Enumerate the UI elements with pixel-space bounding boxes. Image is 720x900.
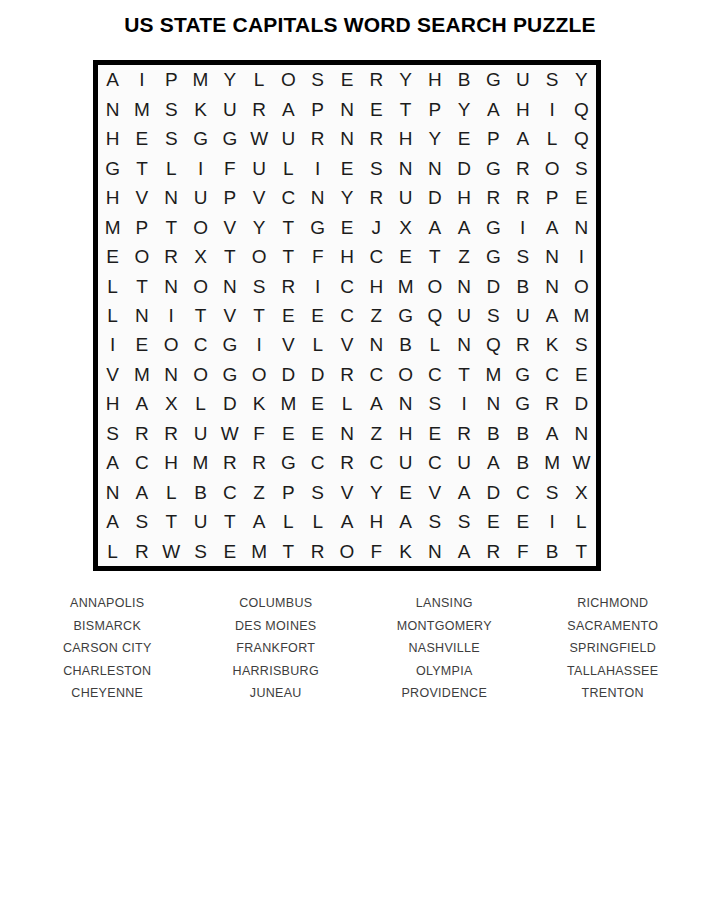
grid-cell-r13c3[interactable]: R — [157, 419, 186, 448]
grid-cell-r12c6[interactable]: K — [244, 389, 273, 418]
grid-cell-r10c16[interactable]: K — [537, 330, 566, 359]
grid-cell-r15c10[interactable]: Y — [362, 478, 391, 507]
grid-cell-r14c10[interactable]: C — [362, 448, 391, 477]
grid-cell-r5c5[interactable]: P — [215, 183, 244, 212]
grid-cell-r9c6[interactable]: T — [244, 301, 273, 330]
grid-cell-r16c4[interactable]: U — [186, 507, 215, 536]
grid-cell-r2c16[interactable]: I — [537, 94, 566, 123]
grid-cell-r16c14[interactable]: E — [479, 507, 508, 536]
grid-cell-r2c13[interactable]: Y — [450, 94, 479, 123]
grid-cell-r8c1[interactable]: L — [98, 271, 127, 300]
grid-cell-r4c3[interactable]: L — [157, 153, 186, 182]
grid-cell-r8c12[interactable]: O — [420, 271, 449, 300]
grid-cell-r12c7[interactable]: M — [274, 389, 303, 418]
grid-cell-r4c11[interactable]: N — [391, 153, 420, 182]
grid-cell-r6c1[interactable]: M — [98, 212, 127, 241]
grid-cell-r11c16[interactable]: C — [537, 360, 566, 389]
grid-cell-r5c15[interactable]: R — [508, 183, 537, 212]
grid-cell-r17c2[interactable]: R — [127, 537, 156, 566]
word-providence: PROVIDENCE — [363, 682, 526, 705]
grid-cell-r14c3[interactable]: H — [157, 448, 186, 477]
grid-cell-r11c3[interactable]: N — [157, 360, 186, 389]
grid-cell-r13c4[interactable]: U — [186, 419, 215, 448]
grid-cell-r10c15[interactable]: R — [508, 330, 537, 359]
grid-cell-r8c6[interactable]: S — [244, 271, 273, 300]
grid-cell-r13c8[interactable]: E — [303, 419, 332, 448]
grid-cell-r1c1[interactable]: A — [98, 65, 127, 94]
grid-cell-r5c14[interactable]: R — [479, 183, 508, 212]
grid-cell-r8c10[interactable]: H — [362, 271, 391, 300]
grid-cell-r3c14[interactable]: P — [479, 124, 508, 153]
grid-cell-r5c4[interactable]: U — [186, 183, 215, 212]
grid-cell-r9c17[interactable]: M — [567, 301, 596, 330]
grid-cell-r13c7[interactable]: E — [274, 419, 303, 448]
grid-cell-r7c10[interactable]: C — [362, 242, 391, 271]
grid-cell-r7c7[interactable]: T — [274, 242, 303, 271]
grid-cell-r4c1[interactable]: G — [98, 153, 127, 182]
grid-cell-r6c4[interactable]: O — [186, 212, 215, 241]
grid-cell-r5c12[interactable]: D — [420, 183, 449, 212]
grid-cell-r17c11[interactable]: K — [391, 537, 420, 566]
grid-cell-r5c3[interactable]: N — [157, 183, 186, 212]
word-trenton: TRENTON — [532, 682, 695, 705]
grid-cell-r5c11[interactable]: U — [391, 183, 420, 212]
grid-cell-r7c15[interactable]: S — [508, 242, 537, 271]
grid-cell-r12c3[interactable]: X — [157, 389, 186, 418]
grid-cell-r15c13[interactable]: A — [450, 478, 479, 507]
grid-cell-r13c17[interactable]: N — [567, 419, 596, 448]
grid-cell-r9c14[interactable]: S — [479, 301, 508, 330]
grid-cell-r1c9[interactable]: E — [332, 65, 361, 94]
grid-cell-r15c9[interactable]: V — [332, 478, 361, 507]
grid-cell-r17c3[interactable]: W — [157, 537, 186, 566]
grid-cell-r1c17[interactable]: Y — [567, 65, 596, 94]
grid-cell-r17c15[interactable]: F — [508, 537, 537, 566]
grid-cell-r7c12[interactable]: T — [420, 242, 449, 271]
grid-cell-r1c2[interactable]: I — [127, 65, 156, 94]
grid-cell-r17c4[interactable]: S — [186, 537, 215, 566]
grid-cell-r3c10[interactable]: R — [362, 124, 391, 153]
grid-cell-r9c12[interactable]: Q — [420, 301, 449, 330]
grid-cell-r6c13[interactable]: A — [450, 212, 479, 241]
word-olympia: OLYMPIA — [363, 660, 526, 683]
grid-cell-r11c7[interactable]: D — [274, 360, 303, 389]
grid-cell-r2c14[interactable]: A — [479, 94, 508, 123]
grid-cell-r12c8[interactable]: E — [303, 389, 332, 418]
grid-cell-r12c9[interactable]: L — [332, 389, 361, 418]
grid-cell-r14c4[interactable]: M — [186, 448, 215, 477]
grid-cell-r2c7[interactable]: A — [274, 94, 303, 123]
grid-cell-r3c6[interactable]: W — [244, 124, 273, 153]
grid-cell-r13c9[interactable]: N — [332, 419, 361, 448]
grid-cell-r15c12[interactable]: V — [420, 478, 449, 507]
grid-cell-r11c6[interactable]: O — [244, 360, 273, 389]
grid-cell-r12c4[interactable]: L — [186, 389, 215, 418]
grid-cell-r13c16[interactable]: A — [537, 419, 566, 448]
grid-cell-r10c12[interactable]: L — [420, 330, 449, 359]
grid-cell-r13c14[interactable]: B — [479, 419, 508, 448]
grid-cell-r10c8[interactable]: L — [303, 330, 332, 359]
grid-cell-r10c3[interactable]: O — [157, 330, 186, 359]
grid-cell-r8c7[interactable]: R — [274, 271, 303, 300]
grid-cell-r13c13[interactable]: R — [450, 419, 479, 448]
grid-cell-r3c11[interactable]: H — [391, 124, 420, 153]
grid-cell-r4c9[interactable]: E — [332, 153, 361, 182]
grid-cell-r14c5[interactable]: R — [215, 448, 244, 477]
grid-cell-r16c13[interactable]: S — [450, 507, 479, 536]
grid-cell-r13c15[interactable]: B — [508, 419, 537, 448]
grid-cell-r17c7[interactable]: T — [274, 537, 303, 566]
word-list-column-2: COLUMBUSDES MOINESFRANKFORTHARRISBURGJUN… — [195, 592, 358, 705]
grid-cell-r5c6[interactable]: V — [244, 183, 273, 212]
grid-cell-r2c9[interactable]: N — [332, 94, 361, 123]
grid-cell-r1c12[interactable]: H — [420, 65, 449, 94]
grid-cell-r6c2[interactable]: P — [127, 212, 156, 241]
grid-cell-r4c10[interactable]: S — [362, 153, 391, 182]
grid-cell-r12c2[interactable]: A — [127, 389, 156, 418]
grid-cell-r16c1[interactable]: A — [98, 507, 127, 536]
grid-cell-r17c5[interactable]: E — [215, 537, 244, 566]
grid-cell-r7c4[interactable]: X — [186, 242, 215, 271]
grid-cell-r12c16[interactable]: R — [537, 389, 566, 418]
grid-cell-r14c11[interactable]: U — [391, 448, 420, 477]
grid-cell-r7c6[interactable]: O — [244, 242, 273, 271]
grid-cell-r12c12[interactable]: S — [420, 389, 449, 418]
grid-cell-r4c6[interactable]: U — [244, 153, 273, 182]
grid-cell-r1c5[interactable]: Y — [215, 65, 244, 94]
grid-cell-r5c13[interactable]: H — [450, 183, 479, 212]
grid-cell-r10c11[interactable]: B — [391, 330, 420, 359]
grid-cell-r10c13[interactable]: N — [450, 330, 479, 359]
grid-cell-r9c5[interactable]: V — [215, 301, 244, 330]
grid-cell-r13c12[interactable]: E — [420, 419, 449, 448]
grid-cell-r8c16[interactable]: N — [537, 271, 566, 300]
grid-cell-r3c7[interactable]: U — [274, 124, 303, 153]
grid-cell-r11c4[interactable]: O — [186, 360, 215, 389]
grid-cell-r11c15[interactable]: G — [508, 360, 537, 389]
word-list-column-3: LANSINGMONTGOMERYNASHVILLEOLYMPIAPROVIDE… — [363, 592, 526, 705]
grid-cell-r3c2[interactable]: E — [127, 124, 156, 153]
grid-cell-r5c10[interactable]: R — [362, 183, 391, 212]
grid-cell-r7c8[interactable]: F — [303, 242, 332, 271]
grid-cell-r3c17[interactable]: Q — [567, 124, 596, 153]
grid-cell-r2c11[interactable]: T — [391, 94, 420, 123]
grid-cell-r4c7[interactable]: L — [274, 153, 303, 182]
grid-cell-r11c13[interactable]: T — [450, 360, 479, 389]
grid-cell-r15c6[interactable]: Z — [244, 478, 273, 507]
grid-cell-r8c9[interactable]: C — [332, 271, 361, 300]
grid-cell-r15c14[interactable]: D — [479, 478, 508, 507]
grid-cell-r14c15[interactable]: B — [508, 448, 537, 477]
grid-cell-r8c14[interactable]: D — [479, 271, 508, 300]
grid-cell-r8c17[interactable]: O — [567, 271, 596, 300]
grid-cell-r6c16[interactable]: A — [537, 212, 566, 241]
grid-cell-r15c1[interactable]: N — [98, 478, 127, 507]
grid-cell-r12c5[interactable]: D — [215, 389, 244, 418]
grid-cell-r15c3[interactable]: L — [157, 478, 186, 507]
grid-cell-r16c10[interactable]: H — [362, 507, 391, 536]
grid-cell-r5c17[interactable]: E — [567, 183, 596, 212]
grid-cell-r17c9[interactable]: O — [332, 537, 361, 566]
grid-cell-r14c2[interactable]: C — [127, 448, 156, 477]
grid-cell-r7c17[interactable]: I — [567, 242, 596, 271]
grid-cell-r10c7[interactable]: V — [274, 330, 303, 359]
grid-cell-r12c1[interactable]: H — [98, 389, 127, 418]
grid-cell-r2c8[interactable]: P — [303, 94, 332, 123]
grid-cell-r6c15[interactable]: I — [508, 212, 537, 241]
grid-cell-r17c14[interactable]: R — [479, 537, 508, 566]
word-richmond: RICHMOND — [532, 592, 695, 615]
grid-cell-r11c1[interactable]: V — [98, 360, 127, 389]
grid-cell-r16c16[interactable]: I — [537, 507, 566, 536]
grid-cell-r4c5[interactable]: F — [215, 153, 244, 182]
grid-cell-r3c4[interactable]: G — [186, 124, 215, 153]
grid-cell-r1c11[interactable]: Y — [391, 65, 420, 94]
grid-cell-r6c10[interactable]: J — [362, 212, 391, 241]
grid-cell-r15c5[interactable]: C — [215, 478, 244, 507]
grid-cell-r17c6[interactable]: M — [244, 537, 273, 566]
grid-cell-r9c8[interactable]: E — [303, 301, 332, 330]
grid-cell-r2c12[interactable]: P — [420, 94, 449, 123]
grid-cell-r16c6[interactable]: A — [244, 507, 273, 536]
grid-cell-r4c17[interactable]: S — [567, 153, 596, 182]
letter-grid: AIPMYLOSERYHBGUSYNMSKURAPNETPYAHIQHESGGW… — [98, 65, 596, 566]
grid-cell-r16c5[interactable]: T — [215, 507, 244, 536]
grid-cell-r6c5[interactable]: V — [215, 212, 244, 241]
grid-cell-r13c2[interactable]: R — [127, 419, 156, 448]
grid-cell-r3c5[interactable]: G — [215, 124, 244, 153]
grid-cell-r14c8[interactable]: C — [303, 448, 332, 477]
grid-cell-r14c13[interactable]: U — [450, 448, 479, 477]
grid-cell-r1c15[interactable]: U — [508, 65, 537, 94]
grid-cell-r2c10[interactable]: E — [362, 94, 391, 123]
grid-cell-r8c3[interactable]: N — [157, 271, 186, 300]
grid-cell-r17c16[interactable]: B — [537, 537, 566, 566]
grid-cell-r17c1[interactable]: L — [98, 537, 127, 566]
grid-cell-r16c9[interactable]: A — [332, 507, 361, 536]
grid-cell-r7c3[interactable]: R — [157, 242, 186, 271]
grid-cell-r5c7[interactable]: C — [274, 183, 303, 212]
grid-cell-r14c16[interactable]: M — [537, 448, 566, 477]
grid-cell-r1c3[interactable]: P — [157, 65, 186, 94]
grid-cell-r1c8[interactable]: S — [303, 65, 332, 94]
grid-cell-r7c2[interactable]: O — [127, 242, 156, 271]
grid-cell-r8c8[interactable]: I — [303, 271, 332, 300]
word-des-moines: DES MOINES — [195, 615, 358, 638]
grid-cell-r11c9[interactable]: R — [332, 360, 361, 389]
grid-cell-r16c17[interactable]: L — [567, 507, 596, 536]
grid-cell-r14c6[interactable]: R — [244, 448, 273, 477]
grid-cell-r14c9[interactable]: R — [332, 448, 361, 477]
grid-cell-r12c15[interactable]: G — [508, 389, 537, 418]
grid-cell-r9c11[interactable]: G — [391, 301, 420, 330]
grid-cell-r13c10[interactable]: Z — [362, 419, 391, 448]
grid-cell-r4c2[interactable]: T — [127, 153, 156, 182]
grid-cell-r12c13[interactable]: I — [450, 389, 479, 418]
grid-cell-r7c16[interactable]: N — [537, 242, 566, 271]
grid-cell-r16c15[interactable]: E — [508, 507, 537, 536]
grid-cell-r3c12[interactable]: Y — [420, 124, 449, 153]
grid-cell-r5c8[interactable]: N — [303, 183, 332, 212]
grid-cell-r15c16[interactable]: S — [537, 478, 566, 507]
grid-cell-r12c11[interactable]: N — [391, 389, 420, 418]
grid-cell-r15c2[interactable]: A — [127, 478, 156, 507]
grid-cell-r3c1[interactable]: H — [98, 124, 127, 153]
grid-cell-r11c12[interactable]: C — [420, 360, 449, 389]
grid-cell-r15c4[interactable]: B — [186, 478, 215, 507]
grid-cell-r6c17[interactable]: N — [567, 212, 596, 241]
grid-cell-r8c11[interactable]: M — [391, 271, 420, 300]
grid-cell-r11c5[interactable]: G — [215, 360, 244, 389]
grid-cell-r6c12[interactable]: A — [420, 212, 449, 241]
grid-cell-r15c8[interactable]: S — [303, 478, 332, 507]
grid-cell-r10c10[interactable]: N — [362, 330, 391, 359]
grid-cell-r13c6[interactable]: F — [244, 419, 273, 448]
grid-cell-r1c10[interactable]: R — [362, 65, 391, 94]
grid-cell-r1c7[interactable]: O — [274, 65, 303, 94]
grid-cell-r2c15[interactable]: H — [508, 94, 537, 123]
grid-cell-r16c3[interactable]: T — [157, 507, 186, 536]
grid-cell-r14c7[interactable]: G — [274, 448, 303, 477]
grid-cell-r2c1[interactable]: N — [98, 94, 127, 123]
grid-cell-r10c9[interactable]: V — [332, 330, 361, 359]
grid-cell-r3c9[interactable]: N — [332, 124, 361, 153]
grid-cell-r11c17[interactable]: E — [567, 360, 596, 389]
grid-cell-r5c2[interactable]: V — [127, 183, 156, 212]
grid-cell-r4c13[interactable]: D — [450, 153, 479, 182]
grid-cell-r1c6[interactable]: L — [244, 65, 273, 94]
grid-cell-r13c5[interactable]: W — [215, 419, 244, 448]
grid-cell-r16c7[interactable]: L — [274, 507, 303, 536]
grid-cell-r4c8[interactable]: I — [303, 153, 332, 182]
grid-cell-r10c17[interactable]: S — [567, 330, 596, 359]
grid-cell-r9c4[interactable]: T — [186, 301, 215, 330]
grid-cell-r7c13[interactable]: Z — [450, 242, 479, 271]
grid-cell-r4c16[interactable]: O — [537, 153, 566, 182]
grid-cell-r9c7[interactable]: E — [274, 301, 303, 330]
grid-cell-r8c5[interactable]: N — [215, 271, 244, 300]
grid-cell-r15c17[interactable]: X — [567, 478, 596, 507]
word-montgomery: MONTGOMERY — [363, 615, 526, 638]
grid-cell-r17c8[interactable]: R — [303, 537, 332, 566]
grid-cell-r9c2[interactable]: N — [127, 301, 156, 330]
grid-cell-r14c12[interactable]: C — [420, 448, 449, 477]
grid-cell-r6c8[interactable]: G — [303, 212, 332, 241]
grid-cell-r3c16[interactable]: L — [537, 124, 566, 153]
grid-cell-r15c11[interactable]: E — [391, 478, 420, 507]
grid-cell-r3c15[interactable]: A — [508, 124, 537, 153]
grid-cell-r2c17[interactable]: Q — [567, 94, 596, 123]
grid-cell-r8c13[interactable]: N — [450, 271, 479, 300]
grid-cell-r11c14[interactable]: M — [479, 360, 508, 389]
grid-cell-r11c2[interactable]: M — [127, 360, 156, 389]
grid-cell-r9c15[interactable]: U — [508, 301, 537, 330]
grid-cell-r16c2[interactable]: S — [127, 507, 156, 536]
grid-cell-r17c12[interactable]: N — [420, 537, 449, 566]
grid-cell-r1c16[interactable]: S — [537, 65, 566, 94]
grid-cell-r17c17[interactable]: T — [567, 537, 596, 566]
grid-cell-r13c1[interactable]: S — [98, 419, 127, 448]
grid-cell-r11c11[interactable]: O — [391, 360, 420, 389]
grid-cell-r12c17[interactable]: D — [567, 389, 596, 418]
grid-cell-r14c17[interactable]: W — [567, 448, 596, 477]
grid-cell-r3c3[interactable]: S — [157, 124, 186, 153]
grid-cell-r10c1[interactable]: I — [98, 330, 127, 359]
grid-cell-r8c2[interactable]: T — [127, 271, 156, 300]
grid-cell-r15c7[interactable]: P — [274, 478, 303, 507]
grid-cell-r17c10[interactable]: F — [362, 537, 391, 566]
grid-cell-r1c4[interactable]: M — [186, 65, 215, 94]
grid-cell-r9c13[interactable]: U — [450, 301, 479, 330]
grid-cell-r3c8[interactable]: R — [303, 124, 332, 153]
grid-cell-r10c4[interactable]: C — [186, 330, 215, 359]
grid-cell-r7c11[interactable]: E — [391, 242, 420, 271]
grid-cell-r6c6[interactable]: Y — [244, 212, 273, 241]
grid-cell-r3c13[interactable]: E — [450, 124, 479, 153]
grid-cell-r15c15[interactable]: C — [508, 478, 537, 507]
grid-cell-r17c13[interactable]: A — [450, 537, 479, 566]
grid-cell-r5c16[interactable]: P — [537, 183, 566, 212]
grid-cell-r6c11[interactable]: X — [391, 212, 420, 241]
grid-cell-r9c1[interactable]: L — [98, 301, 127, 330]
grid-cell-r10c2[interactable]: E — [127, 330, 156, 359]
grid-cell-r5c9[interactable]: Y — [332, 183, 361, 212]
grid-cell-r7c9[interactable]: H — [332, 242, 361, 271]
grid-cell-r9c3[interactable]: I — [157, 301, 186, 330]
word-carson-city: CARSON CITY — [26, 637, 189, 660]
grid-cell-r6c14[interactable]: G — [479, 212, 508, 241]
grid-cell-r13c11[interactable]: H — [391, 419, 420, 448]
grid-cell-r4c15[interactable]: R — [508, 153, 537, 182]
grid-cell-r9c10[interactable]: Z — [362, 301, 391, 330]
grid-cell-r9c16[interactable]: A — [537, 301, 566, 330]
grid-cell-r11c8[interactable]: D — [303, 360, 332, 389]
grid-cell-r1c14[interactable]: G — [479, 65, 508, 94]
grid-cell-r8c15[interactable]: B — [508, 271, 537, 300]
grid-cell-r7c1[interactable]: E — [98, 242, 127, 271]
word-springfield: SPRINGFIELD — [532, 637, 695, 660]
grid-cell-r10c5[interactable]: G — [215, 330, 244, 359]
grid-cell-r8c4[interactable]: O — [186, 271, 215, 300]
grid-cell-r12c10[interactable]: A — [362, 389, 391, 418]
grid-cell-r10c14[interactable]: Q — [479, 330, 508, 359]
grid-cell-r6c7[interactable]: T — [274, 212, 303, 241]
grid-cell-r7c14[interactable]: G — [479, 242, 508, 271]
grid-cell-r16c11[interactable]: A — [391, 507, 420, 536]
grid-cell-r4c12[interactable]: N — [420, 153, 449, 182]
grid-cell-r2c5[interactable]: U — [215, 94, 244, 123]
grid-cell-r16c12[interactable]: S — [420, 507, 449, 536]
grid-cell-r4c14[interactable]: G — [479, 153, 508, 182]
grid-cell-r2c3[interactable]: S — [157, 94, 186, 123]
grid-cell-r6c9[interactable]: E — [332, 212, 361, 241]
grid-cell-r14c14[interactable]: A — [479, 448, 508, 477]
grid-cell-r9c9[interactable]: C — [332, 301, 361, 330]
grid-cell-r16c8[interactable]: L — [303, 507, 332, 536]
grid-cell-r14c1[interactable]: A — [98, 448, 127, 477]
grid-cell-r6c3[interactable]: T — [157, 212, 186, 241]
grid-cell-r4c4[interactable]: I — [186, 153, 215, 182]
grid-cell-r12c14[interactable]: N — [479, 389, 508, 418]
grid-cell-r7c5[interactable]: T — [215, 242, 244, 271]
grid-cell-r2c2[interactable]: M — [127, 94, 156, 123]
grid-cell-r2c6[interactable]: R — [244, 94, 273, 123]
grid-cell-r10c6[interactable]: I — [244, 330, 273, 359]
grid-cell-r1c13[interactable]: B — [450, 65, 479, 94]
grid-cell-r2c4[interactable]: K — [186, 94, 215, 123]
grid-cell-r11c10[interactable]: C — [362, 360, 391, 389]
grid-cell-r5c1[interactable]: H — [98, 183, 127, 212]
